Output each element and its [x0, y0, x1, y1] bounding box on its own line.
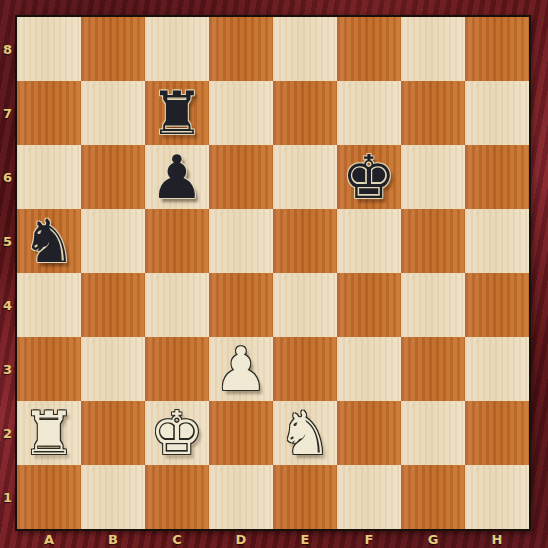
square-h1[interactable] — [465, 465, 529, 529]
file-label-h: H — [465, 531, 529, 548]
square-c5[interactable] — [145, 209, 209, 273]
square-f5[interactable] — [337, 209, 401, 273]
square-h8[interactable] — [465, 17, 529, 81]
file-label-e: E — [273, 531, 337, 548]
file-label-b: B — [81, 531, 145, 548]
square-a4[interactable] — [17, 273, 81, 337]
square-e8[interactable] — [273, 17, 337, 81]
square-h3[interactable] — [465, 337, 529, 401]
square-b2[interactable] — [81, 401, 145, 465]
square-e6[interactable] — [273, 145, 337, 209]
piece-white-pawn[interactable]: ♟ — [214, 337, 268, 401]
piece-black-pawn[interactable]: ♟ — [150, 145, 204, 209]
square-d1[interactable] — [209, 465, 273, 529]
file-label-c: C — [145, 531, 209, 548]
square-g8[interactable] — [401, 17, 465, 81]
square-f8[interactable] — [337, 17, 401, 81]
square-c2[interactable]: ♚ — [145, 401, 209, 465]
square-h6[interactable] — [465, 145, 529, 209]
rank-label-4: 4 — [0, 273, 15, 337]
file-label-d: D — [209, 531, 273, 548]
square-b1[interactable] — [81, 465, 145, 529]
square-g5[interactable] — [401, 209, 465, 273]
square-a7[interactable] — [17, 81, 81, 145]
chess-board[interactable]: ♜♟♚♞♟♜♚♞ — [17, 17, 529, 529]
board-outline: ♜♟♚♞♟♜♚♞ — [15, 15, 531, 531]
square-c6[interactable]: ♟ — [145, 145, 209, 209]
square-e5[interactable] — [273, 209, 337, 273]
square-d5[interactable] — [209, 209, 273, 273]
board-frame: ♜♟♚♞♟♜♚♞ 87654321 ABCDEFGH — [0, 0, 548, 548]
square-d6[interactable] — [209, 145, 273, 209]
square-e7[interactable] — [273, 81, 337, 145]
square-g6[interactable] — [401, 145, 465, 209]
square-g3[interactable] — [401, 337, 465, 401]
square-d4[interactable] — [209, 273, 273, 337]
square-c8[interactable] — [145, 17, 209, 81]
square-g1[interactable] — [401, 465, 465, 529]
piece-white-knight[interactable]: ♞ — [278, 401, 332, 465]
square-b4[interactable] — [81, 273, 145, 337]
piece-black-knight[interactable]: ♞ — [22, 209, 76, 273]
square-c7[interactable]: ♜ — [145, 81, 209, 145]
square-h7[interactable] — [465, 81, 529, 145]
square-b7[interactable] — [81, 81, 145, 145]
square-e3[interactable] — [273, 337, 337, 401]
square-h5[interactable] — [465, 209, 529, 273]
square-c3[interactable] — [145, 337, 209, 401]
square-b6[interactable] — [81, 145, 145, 209]
rank-label-1: 1 — [0, 465, 15, 529]
square-a1[interactable] — [17, 465, 81, 529]
square-a3[interactable] — [17, 337, 81, 401]
piece-black-king[interactable]: ♚ — [342, 145, 396, 209]
rank-label-6: 6 — [0, 145, 15, 209]
square-h2[interactable] — [465, 401, 529, 465]
square-d3[interactable]: ♟ — [209, 337, 273, 401]
rank-label-8: 8 — [0, 17, 15, 81]
rank-label-3: 3 — [0, 337, 15, 401]
square-b3[interactable] — [81, 337, 145, 401]
file-label-f: F — [337, 531, 401, 548]
piece-white-king[interactable]: ♚ — [150, 401, 204, 465]
square-f1[interactable] — [337, 465, 401, 529]
piece-black-rook[interactable]: ♜ — [150, 81, 204, 145]
square-b5[interactable] — [81, 209, 145, 273]
square-a5[interactable]: ♞ — [17, 209, 81, 273]
square-d7[interactable] — [209, 81, 273, 145]
square-f7[interactable] — [337, 81, 401, 145]
square-a8[interactable] — [17, 17, 81, 81]
piece-white-rook[interactable]: ♜ — [22, 401, 76, 465]
square-d2[interactable] — [209, 401, 273, 465]
square-e4[interactable] — [273, 273, 337, 337]
square-a6[interactable] — [17, 145, 81, 209]
rank-label-2: 2 — [0, 401, 15, 465]
square-f3[interactable] — [337, 337, 401, 401]
square-f6[interactable]: ♚ — [337, 145, 401, 209]
square-g7[interactable] — [401, 81, 465, 145]
square-f4[interactable] — [337, 273, 401, 337]
square-b8[interactable] — [81, 17, 145, 81]
square-f2[interactable] — [337, 401, 401, 465]
file-label-g: G — [401, 531, 465, 548]
square-a2[interactable]: ♜ — [17, 401, 81, 465]
square-c4[interactable] — [145, 273, 209, 337]
square-e2[interactable]: ♞ — [273, 401, 337, 465]
square-e1[interactable] — [273, 465, 337, 529]
rank-label-7: 7 — [0, 81, 15, 145]
square-g2[interactable] — [401, 401, 465, 465]
rank-label-5: 5 — [0, 209, 15, 273]
square-g4[interactable] — [401, 273, 465, 337]
file-label-a: A — [17, 531, 81, 548]
square-d8[interactable] — [209, 17, 273, 81]
square-h4[interactable] — [465, 273, 529, 337]
square-c1[interactable] — [145, 465, 209, 529]
